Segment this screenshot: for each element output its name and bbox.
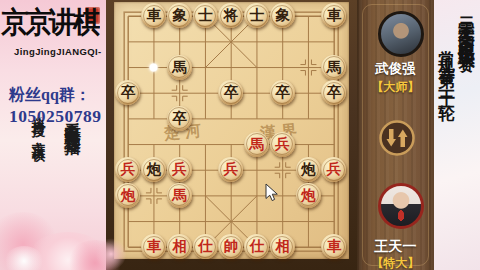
vertical-text-douyin-search: 抖音搜“京京讲棋” — [29, 108, 47, 156]
board-intersection: 馬 — [167, 183, 193, 209]
piece-red-chariot[interactable]: 車 — [141, 234, 166, 259]
piece-black-soldier[interactable]: 卒 — [270, 80, 295, 105]
piece-red-soldier[interactable]: 兵 — [115, 157, 140, 182]
board-intersection — [167, 208, 193, 234]
board-intersection — [244, 29, 270, 55]
board-intersection — [295, 3, 321, 29]
board-intersection — [141, 131, 167, 157]
board-intersection — [321, 29, 347, 55]
board-intersection — [270, 106, 296, 132]
board-intersection — [321, 131, 347, 157]
piece-black-elephant[interactable]: 象 — [167, 3, 192, 28]
piece-red-cannon[interactable]: 炮 — [115, 183, 140, 208]
board-intersection — [115, 234, 141, 260]
piece-black-soldier[interactable]: 卒 — [167, 106, 192, 131]
board-intersection — [244, 54, 270, 80]
board-intersection: 相 — [167, 234, 193, 260]
board-intersection — [244, 208, 270, 234]
board-intersection — [192, 54, 218, 80]
event-title-line: 二零二零年全国象棋甲级联赛 — [455, 5, 477, 44]
piece-black-advisor[interactable]: 士 — [193, 3, 218, 28]
board-intersection: 炮 — [295, 157, 321, 183]
swap-arrows-icon — [378, 119, 416, 157]
board-intersection — [218, 106, 244, 132]
board-intersection — [295, 54, 321, 80]
board-intersection — [115, 131, 141, 157]
event-caption-strip: 二零二零年全国象棋甲级联赛 常规赛第二十二轮 — [434, 0, 480, 270]
board-intersection: 兵 — [321, 157, 347, 183]
board-intersection — [167, 80, 193, 106]
piece-red-soldier[interactable]: 兵 — [321, 157, 346, 182]
board-intersection: 馬 — [244, 131, 270, 157]
players-panel: 武俊强 【大师】 王天一 【特大】 — [357, 0, 434, 270]
piece-black-horse[interactable]: 馬 — [321, 55, 346, 80]
board-intersection — [115, 208, 141, 234]
board-intersection — [270, 54, 296, 80]
board-intersection: 卒 — [115, 80, 141, 106]
event-round-line: 常规赛第二十二轮 — [435, 36, 457, 100]
board-intersection — [167, 29, 193, 55]
stream-frame: 京京讲棋 JingJingJIANGQI- 粉丝qq群： 1050250789 … — [0, 0, 480, 270]
board-intersection: 兵 — [270, 131, 296, 157]
board-intersection — [192, 80, 218, 106]
flower-decoration — [4, 246, 44, 270]
board-intersection — [192, 157, 218, 183]
avatar-player-black — [378, 11, 424, 57]
mouse-cursor-icon — [265, 183, 279, 202]
board-intersection — [192, 183, 218, 209]
board-intersection: 兵 — [218, 157, 244, 183]
piece-black-chariot[interactable]: 車 — [321, 3, 346, 28]
board-intersection — [192, 29, 218, 55]
board-intersection — [192, 208, 218, 234]
qq-group-number: 1050250789 — [9, 106, 102, 127]
board-intersection: 兵 — [115, 157, 141, 183]
board-intersection — [244, 80, 270, 106]
board-intersection — [270, 208, 296, 234]
board-intersection — [321, 106, 347, 132]
avatar-player-red — [378, 183, 424, 229]
board-intersection: 卒 — [270, 80, 296, 106]
board-intersection: 馬 — [321, 54, 347, 80]
piece-red-advisor[interactable]: 仕 — [244, 234, 269, 259]
board-intersection — [218, 183, 244, 209]
piece-red-elephant[interactable]: 相 — [270, 234, 295, 259]
board-intersection: 士 — [192, 3, 218, 29]
piece-black-horse[interactable]: 馬 — [167, 55, 192, 80]
board-intersection — [141, 106, 167, 132]
board-intersection: 炮 — [115, 183, 141, 209]
board-intersection: 炮 — [141, 157, 167, 183]
piece-red-cannon[interactable]: 炮 — [296, 183, 321, 208]
board-intersection — [244, 106, 270, 132]
board-intersection — [115, 106, 141, 132]
piece-red-soldier[interactable]: 兵 — [218, 157, 243, 182]
board-intersection — [192, 131, 218, 157]
piece-black-general[interactable]: 将 — [218, 3, 243, 28]
board-intersection: 将 — [218, 3, 244, 29]
board-intersections: 車象士将士象車馬馬卒卒卒卒卒馬兵兵炮兵兵炮兵炮馬炮車相仕帥仕相車 — [114, 2, 347, 260]
board-intersection — [270, 157, 296, 183]
piece-red-advisor[interactable]: 仕 — [193, 234, 218, 259]
piece-red-general[interactable]: 帥 — [218, 234, 243, 259]
player-black-name: 武俊强 — [357, 60, 434, 78]
left-info-panel: 京京讲棋 JingJingJIANGQI- 粉丝qq群： 1050250789 … — [0, 0, 106, 270]
qq-group-label: 粉丝qq群： — [9, 85, 91, 106]
board-intersection — [141, 29, 167, 55]
board-intersection — [295, 131, 321, 157]
board-intersection — [141, 80, 167, 106]
board-intersection: 卒 — [321, 80, 347, 106]
board-intersection — [115, 29, 141, 55]
piece-red-soldier[interactable]: 兵 — [167, 157, 192, 182]
board-intersection — [295, 29, 321, 55]
board-intersection: 相 — [270, 234, 296, 260]
player-red-name: 王天一 — [357, 238, 434, 256]
board-intersection — [141, 183, 167, 209]
player-black-title: 【大师】 — [357, 79, 434, 96]
board-intersection — [218, 208, 244, 234]
piece-red-elephant[interactable]: 相 — [167, 234, 192, 259]
vertical-text-watch-live: 看象甲精彩直播 — [61, 108, 83, 129]
flower-decoration — [26, 232, 110, 270]
board-intersection: 象 — [167, 3, 193, 29]
board-intersection — [295, 106, 321, 132]
piece-black-soldier[interactable]: 卒 — [321, 80, 346, 105]
player-red-title: 【特大】 — [357, 255, 434, 270]
board-intersection: 帥 — [218, 234, 244, 260]
board-intersection — [115, 54, 141, 80]
board-intersection: 卒 — [218, 80, 244, 106]
piece-red-horse[interactable]: 馬 — [244, 132, 269, 157]
board-intersection — [218, 29, 244, 55]
board-intersection — [218, 131, 244, 157]
swap-sides-button[interactable] — [378, 119, 416, 157]
piece-black-cannon[interactable]: 炮 — [296, 157, 321, 182]
piece-red-chariot[interactable]: 車 — [321, 234, 346, 259]
board-intersection: 卒 — [167, 106, 193, 132]
board-intersection: 兵 — [167, 157, 193, 183]
board-intersection — [295, 80, 321, 106]
board-intersection: 車 — [141, 234, 167, 260]
board-intersection: 車 — [141, 3, 167, 29]
piece-black-soldier[interactable]: 卒 — [218, 80, 243, 105]
board-intersection: 象 — [270, 3, 296, 29]
board-intersection: 仕 — [244, 234, 270, 260]
board-intersection — [141, 208, 167, 234]
board-intersection — [218, 54, 244, 80]
piece-black-soldier[interactable]: 卒 — [115, 80, 140, 105]
piece-black-advisor[interactable]: 士 — [244, 3, 269, 28]
channel-logo: 京京讲棋 — [1, 7, 105, 37]
board-intersection — [167, 131, 193, 157]
board-intersection: 車 — [321, 3, 347, 29]
board-intersection — [321, 208, 347, 234]
piece-black-cannon[interactable]: 炮 — [141, 157, 166, 182]
piece-black-chariot[interactable]: 車 — [141, 3, 166, 28]
flower-decoration — [0, 212, 60, 270]
board-intersection — [192, 106, 218, 132]
board-intersection — [321, 183, 347, 209]
board-intersection: 車 — [321, 234, 347, 260]
xiangqi-board-frame: 楚河 漢界 車象士将士象車馬馬卒卒卒卒卒馬兵兵炮兵兵炮兵炮馬炮車相仕帥仕相車 — [106, 0, 357, 270]
board-intersection — [115, 3, 141, 29]
piece-red-soldier[interactable]: 兵 — [270, 132, 295, 157]
board-intersection: 士 — [244, 3, 270, 29]
board-intersection — [244, 157, 270, 183]
board-intersection: 仕 — [192, 234, 218, 260]
board-intersection: 炮 — [295, 183, 321, 209]
piece-red-horse[interactable]: 馬 — [167, 183, 192, 208]
piece-black-elephant[interactable]: 象 — [270, 3, 295, 28]
xiangqi-board[interactable]: 楚河 漢界 車象士将士象車馬馬卒卒卒卒卒馬兵兵炮兵兵炮兵炮馬炮車相仕帥仕相車 — [114, 2, 349, 259]
board-intersection — [295, 234, 321, 260]
board-intersection — [295, 208, 321, 234]
channel-logo-roman: JingJingJIANGQI- — [14, 46, 102, 57]
board-intersection: 馬 — [167, 54, 193, 80]
board-intersection — [270, 29, 296, 55]
